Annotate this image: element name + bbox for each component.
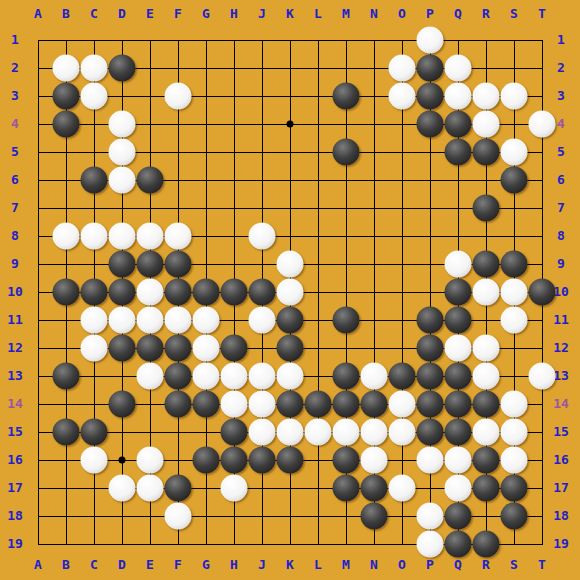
stone-white-Q3[interactable] (445, 83, 472, 110)
row-label-left: 1 (11, 33, 19, 47)
stone-white-E10[interactable] (137, 279, 164, 306)
col-label-bottom: B (62, 558, 70, 572)
stone-white-C3[interactable] (81, 83, 108, 110)
stone-white-J14[interactable] (249, 391, 276, 418)
stone-black-S18[interactable] (501, 503, 528, 530)
stone-black-P13[interactable] (417, 363, 444, 390)
stone-black-R19[interactable] (473, 531, 500, 558)
row-label-right: 8 (557, 229, 565, 243)
row-label-right: 6 (557, 173, 565, 187)
row-label-right: 5 (557, 145, 565, 159)
stone-white-O3[interactable] (389, 83, 416, 110)
row-label-right: 13 (553, 369, 569, 383)
stone-black-P2[interactable] (417, 55, 444, 82)
col-label-top: K (286, 7, 294, 21)
row-label-left: 4 (11, 117, 19, 131)
stone-white-D6[interactable] (109, 167, 136, 194)
stone-black-Q14[interactable] (445, 391, 472, 418)
stone-black-R14[interactable] (473, 391, 500, 418)
stone-white-R4[interactable] (473, 111, 500, 138)
stone-black-R17[interactable] (473, 475, 500, 502)
row-label-left: 17 (7, 481, 23, 495)
stone-white-O17[interactable] (389, 475, 416, 502)
col-label-bottom: K (286, 558, 294, 572)
stone-black-T10[interactable] (529, 279, 556, 306)
stone-white-H14[interactable] (221, 391, 248, 418)
stone-white-F11[interactable] (165, 307, 192, 334)
stone-black-P14[interactable] (417, 391, 444, 418)
stone-black-M3[interactable] (333, 83, 360, 110)
stone-white-N13[interactable] (361, 363, 388, 390)
stone-black-K14[interactable] (277, 391, 304, 418)
stone-white-K13[interactable] (277, 363, 304, 390)
stone-black-B10[interactable] (53, 279, 80, 306)
stone-black-B3[interactable] (53, 83, 80, 110)
stone-black-M17[interactable] (333, 475, 360, 502)
col-label-bottom: D (118, 558, 126, 572)
row-label-right: 7 (557, 201, 565, 215)
col-label-bottom: S (510, 558, 518, 572)
stone-white-P18[interactable] (417, 503, 444, 530)
stone-white-Q2[interactable] (445, 55, 472, 82)
stone-black-R16[interactable] (473, 447, 500, 474)
stone-black-H15[interactable] (221, 419, 248, 446)
stone-black-E12[interactable] (137, 335, 164, 362)
stone-white-B2[interactable] (53, 55, 80, 82)
stone-white-S16[interactable] (501, 447, 528, 474)
col-label-top: E (146, 7, 154, 21)
stone-white-S11[interactable] (501, 307, 528, 334)
stone-black-S17[interactable] (501, 475, 528, 502)
stone-black-Q10[interactable] (445, 279, 472, 306)
stone-white-R15[interactable] (473, 419, 500, 446)
stone-white-F8[interactable] (165, 223, 192, 250)
col-label-bottom: T (538, 558, 546, 572)
row-label-right: 2 (557, 61, 565, 75)
row-label-right: 15 (553, 425, 569, 439)
row-label-left: 5 (11, 145, 19, 159)
stone-white-K9[interactable] (277, 251, 304, 278)
stone-white-S14[interactable] (501, 391, 528, 418)
stone-black-N17[interactable] (361, 475, 388, 502)
row-label-left: 12 (7, 341, 23, 355)
stone-white-D5[interactable] (109, 139, 136, 166)
stone-white-K15[interactable] (277, 419, 304, 446)
row-label-left: 6 (11, 173, 19, 187)
stone-white-F3[interactable] (165, 83, 192, 110)
stone-black-B4[interactable] (53, 111, 80, 138)
stone-white-D11[interactable] (109, 307, 136, 334)
stone-black-N18[interactable] (361, 503, 388, 530)
col-label-top: M (342, 7, 350, 21)
stone-white-E13[interactable] (137, 363, 164, 390)
stone-white-R12[interactable] (473, 335, 500, 362)
stone-white-S5[interactable] (501, 139, 528, 166)
stone-white-J13[interactable] (249, 363, 276, 390)
row-label-right: 12 (553, 341, 569, 355)
stone-white-J8[interactable] (249, 223, 276, 250)
row-label-right: 1 (557, 33, 565, 47)
row-label-left: 11 (7, 313, 23, 327)
col-label-top: P (426, 7, 434, 21)
stone-black-P3[interactable] (417, 83, 444, 110)
stone-white-D17[interactable] (109, 475, 136, 502)
stone-white-O14[interactable] (389, 391, 416, 418)
row-label-left: 3 (11, 89, 19, 103)
row-label-right: 16 (553, 453, 569, 467)
row-label-right: 9 (557, 257, 565, 271)
stone-white-S3[interactable] (501, 83, 528, 110)
stone-black-H12[interactable] (221, 335, 248, 362)
col-label-bottom: N (370, 558, 378, 572)
stone-white-N16[interactable] (361, 447, 388, 474)
stone-black-R9[interactable] (473, 251, 500, 278)
row-label-left: 2 (11, 61, 19, 75)
stone-black-Q15[interactable] (445, 419, 472, 446)
stone-black-S9[interactable] (501, 251, 528, 278)
col-label-top: G (202, 7, 210, 21)
col-label-top: L (314, 7, 322, 21)
stone-black-H10[interactable] (221, 279, 248, 306)
stone-white-N15[interactable] (361, 419, 388, 446)
stone-black-D2[interactable] (109, 55, 136, 82)
row-label-left: 13 (7, 369, 23, 383)
stone-black-J10[interactable] (249, 279, 276, 306)
row-label-right: 14 (553, 397, 569, 411)
stone-black-M5[interactable] (333, 139, 360, 166)
stone-white-J11[interactable] (249, 307, 276, 334)
stone-white-E11[interactable] (137, 307, 164, 334)
col-label-top: H (230, 7, 238, 21)
row-label-left: 19 (7, 537, 23, 551)
go-board-screen: AABBCCDDEEFFGGHHJJKKLLMMNNOOPPQQRRSSTT11… (0, 0, 580, 580)
row-label-left: 15 (7, 425, 23, 439)
col-label-top: D (118, 7, 126, 21)
stone-black-S6[interactable] (501, 167, 528, 194)
stone-black-M14[interactable] (333, 391, 360, 418)
star-point-K4 (287, 121, 294, 128)
stone-black-F12[interactable] (165, 335, 192, 362)
stone-white-E16[interactable] (137, 447, 164, 474)
col-label-top: N (370, 7, 378, 21)
star-point-D16 (119, 457, 126, 464)
row-label-right: 19 (553, 537, 569, 551)
stone-black-K11[interactable] (277, 307, 304, 334)
stone-white-E8[interactable] (137, 223, 164, 250)
col-label-bottom: P (426, 558, 434, 572)
stone-black-J16[interactable] (249, 447, 276, 474)
col-label-bottom: M (342, 558, 350, 572)
stone-white-E17[interactable] (137, 475, 164, 502)
stone-white-R13[interactable] (473, 363, 500, 390)
row-label-left: 18 (7, 509, 23, 523)
stone-black-N14[interactable] (361, 391, 388, 418)
stone-white-H13[interactable] (221, 363, 248, 390)
stone-black-E6[interactable] (137, 167, 164, 194)
col-label-bottom: L (314, 558, 322, 572)
stone-white-P19[interactable] (417, 531, 444, 558)
row-label-left: 7 (11, 201, 19, 215)
row-label-right: 18 (553, 509, 569, 523)
stone-white-P1[interactable] (417, 27, 444, 54)
stone-white-P16[interactable] (417, 447, 444, 474)
stone-black-D12[interactable] (109, 335, 136, 362)
stone-black-Q19[interactable] (445, 531, 472, 558)
col-label-bottom: E (146, 558, 154, 572)
row-label-left: 14 (7, 397, 23, 411)
col-label-bottom: Q (454, 558, 462, 572)
stone-black-Q13[interactable] (445, 363, 472, 390)
stone-white-S15[interactable] (501, 419, 528, 446)
stone-white-C12[interactable] (81, 335, 108, 362)
col-label-bottom: C (90, 558, 98, 572)
row-label-right: 11 (553, 313, 569, 327)
row-label-right: 10 (553, 285, 569, 299)
stone-white-H17[interactable] (221, 475, 248, 502)
stone-black-F13[interactable] (165, 363, 192, 390)
stone-black-R7[interactable] (473, 195, 500, 222)
stone-white-Q9[interactable] (445, 251, 472, 278)
col-label-top: S (510, 7, 518, 21)
stone-white-J15[interactable] (249, 419, 276, 446)
col-label-bottom: J (258, 558, 266, 572)
col-label-top: C (90, 7, 98, 21)
stone-white-S10[interactable] (501, 279, 528, 306)
stone-black-G14[interactable] (193, 391, 220, 418)
row-label-right: 17 (553, 481, 569, 495)
stone-white-T13[interactable] (529, 363, 556, 390)
stone-black-Q4[interactable] (445, 111, 472, 138)
col-label-bottom: H (230, 558, 238, 572)
stone-black-R5[interactable] (473, 139, 500, 166)
stone-white-Q16[interactable] (445, 447, 472, 474)
col-label-top: J (258, 7, 266, 21)
col-label-top: B (62, 7, 70, 21)
grid-line-vertical (318, 40, 319, 545)
row-label-left: 9 (11, 257, 19, 271)
stone-black-O13[interactable] (389, 363, 416, 390)
stone-black-P4[interactable] (417, 111, 444, 138)
col-label-top: R (482, 7, 490, 21)
stone-white-F18[interactable] (165, 503, 192, 530)
col-label-bottom: O (398, 558, 406, 572)
stone-white-L15[interactable] (305, 419, 332, 446)
stone-white-C11[interactable] (81, 307, 108, 334)
stone-black-M11[interactable] (333, 307, 360, 334)
stone-black-G16[interactable] (193, 447, 220, 474)
col-label-top: O (398, 7, 406, 21)
col-label-bottom: F (174, 558, 182, 572)
stone-black-D10[interactable] (109, 279, 136, 306)
stone-black-F9[interactable] (165, 251, 192, 278)
col-label-top: F (174, 7, 182, 21)
row-label-left: 16 (7, 453, 23, 467)
stone-black-Q11[interactable] (445, 307, 472, 334)
stone-white-D4[interactable] (109, 111, 136, 138)
stone-black-H16[interactable] (221, 447, 248, 474)
stone-white-C2[interactable] (81, 55, 108, 82)
stone-black-Q18[interactable] (445, 503, 472, 530)
col-label-top: T (538, 7, 546, 21)
stone-white-Q12[interactable] (445, 335, 472, 362)
stone-black-F10[interactable] (165, 279, 192, 306)
stone-white-G12[interactable] (193, 335, 220, 362)
stone-black-M16[interactable] (333, 447, 360, 474)
stone-white-T4[interactable] (529, 111, 556, 138)
stone-black-Q5[interactable] (445, 139, 472, 166)
stone-white-R3[interactable] (473, 83, 500, 110)
stone-black-P15[interactable] (417, 419, 444, 446)
row-label-left: 8 (11, 229, 19, 243)
stone-white-Q17[interactable] (445, 475, 472, 502)
stone-white-G13[interactable] (193, 363, 220, 390)
col-label-bottom: G (202, 558, 210, 572)
stone-black-B13[interactable] (53, 363, 80, 390)
stone-black-B15[interactable] (53, 419, 80, 446)
grid-line-vertical (402, 40, 403, 545)
row-label-left: 10 (7, 285, 23, 299)
stone-black-M13[interactable] (333, 363, 360, 390)
stone-black-G10[interactable] (193, 279, 220, 306)
col-label-bottom: R (482, 558, 490, 572)
row-label-right: 4 (557, 117, 565, 131)
stone-black-K16[interactable] (277, 447, 304, 474)
stone-white-D8[interactable] (109, 223, 136, 250)
stone-black-D9[interactable] (109, 251, 136, 278)
col-label-bottom: A (34, 558, 42, 572)
stone-black-F14[interactable] (165, 391, 192, 418)
stone-black-C10[interactable] (81, 279, 108, 306)
stone-black-P11[interactable] (417, 307, 444, 334)
stone-black-F17[interactable] (165, 475, 192, 502)
col-label-top: A (34, 7, 42, 21)
stone-white-O15[interactable] (389, 419, 416, 446)
col-label-top: Q (454, 7, 462, 21)
stone-black-C6[interactable] (81, 167, 108, 194)
stone-black-D14[interactable] (109, 391, 136, 418)
stone-white-M15[interactable] (333, 419, 360, 446)
stone-white-G11[interactable] (193, 307, 220, 334)
stone-white-R10[interactable] (473, 279, 500, 306)
stone-black-E9[interactable] (137, 251, 164, 278)
stone-black-L14[interactable] (305, 391, 332, 418)
stone-black-P12[interactable] (417, 335, 444, 362)
row-label-right: 3 (557, 89, 565, 103)
stone-white-C8[interactable] (81, 223, 108, 250)
stone-black-K12[interactable] (277, 335, 304, 362)
stone-black-C15[interactable] (81, 419, 108, 446)
stone-white-B8[interactable] (53, 223, 80, 250)
stone-white-O2[interactable] (389, 55, 416, 82)
stone-white-K10[interactable] (277, 279, 304, 306)
stone-white-C16[interactable] (81, 447, 108, 474)
